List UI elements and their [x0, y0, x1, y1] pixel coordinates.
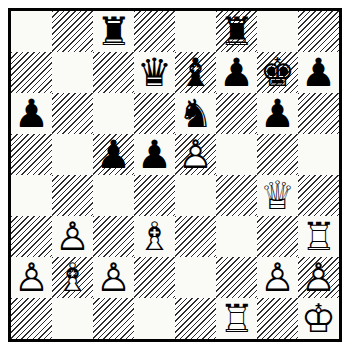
piece-outline-glyph: ♗ [52, 257, 93, 298]
chess-diagram: ♜♜♛♝♟♚♟♟♞♟♟♟♟♙♛♕♟♙♝♗♜♖♟♙♝♗♟♙♟♙♟♙♜♖♚♔ [0, 0, 350, 350]
black-queen[interactable]: ♛ [134, 52, 175, 93]
white-king[interactable]: ♚♔ [298, 298, 339, 339]
black-pawn[interactable]: ♟ [257, 93, 298, 134]
square-h5[interactable] [298, 134, 339, 175]
black-rook[interactable]: ♜ [93, 11, 134, 52]
square-h7[interactable]: ♟ [298, 52, 339, 93]
black-pawn[interactable]: ♟ [134, 134, 175, 175]
square-f4[interactable] [216, 175, 257, 216]
square-d3[interactable]: ♝♗ [134, 216, 175, 257]
square-e1[interactable] [175, 298, 216, 339]
black-pawn[interactable]: ♟ [11, 93, 52, 134]
square-d6[interactable] [134, 93, 175, 134]
square-e5[interactable]: ♟♙ [175, 134, 216, 175]
piece-outline-glyph: ♙ [175, 134, 216, 175]
square-f6[interactable] [216, 93, 257, 134]
square-e2[interactable] [175, 257, 216, 298]
square-a6[interactable]: ♟ [11, 93, 52, 134]
square-c8[interactable]: ♜ [93, 11, 134, 52]
square-d2[interactable] [134, 257, 175, 298]
square-a4[interactable] [11, 175, 52, 216]
square-g2[interactable]: ♟♙ [257, 257, 298, 298]
black-rook[interactable]: ♜ [216, 11, 257, 52]
piece-outline-glyph: ♙ [298, 257, 339, 298]
square-b1[interactable] [52, 298, 93, 339]
square-e6[interactable]: ♞ [175, 93, 216, 134]
piece-outline-glyph: ♕ [257, 175, 298, 216]
piece-glyph: ♜ [216, 11, 257, 52]
square-g8[interactable] [257, 11, 298, 52]
square-h1[interactable]: ♚♔ [298, 298, 339, 339]
square-b7[interactable] [52, 52, 93, 93]
square-b3[interactable]: ♟♙ [52, 216, 93, 257]
square-f7[interactable]: ♟ [216, 52, 257, 93]
square-h4[interactable] [298, 175, 339, 216]
square-f3[interactable] [216, 216, 257, 257]
white-bishop[interactable]: ♝♗ [52, 257, 93, 298]
chess-board: ♜♜♛♝♟♚♟♟♞♟♟♟♟♙♛♕♟♙♝♗♜♖♟♙♝♗♟♙♟♙♟♙♜♖♚♔ [8, 8, 342, 342]
square-d4[interactable] [134, 175, 175, 216]
square-a1[interactable] [11, 298, 52, 339]
square-h2[interactable]: ♟♙ [298, 257, 339, 298]
piece-glyph: ♟ [257, 93, 298, 134]
piece-glyph: ♚ [257, 52, 298, 93]
white-pawn[interactable]: ♟♙ [93, 257, 134, 298]
square-d1[interactable] [134, 298, 175, 339]
square-b4[interactable] [52, 175, 93, 216]
piece-glyph: ♟ [134, 134, 175, 175]
square-c7[interactable] [93, 52, 134, 93]
square-e3[interactable] [175, 216, 216, 257]
square-c3[interactable] [93, 216, 134, 257]
square-g1[interactable] [257, 298, 298, 339]
square-c2[interactable]: ♟♙ [93, 257, 134, 298]
square-e4[interactable] [175, 175, 216, 216]
black-bishop[interactable]: ♝ [175, 52, 216, 93]
square-b2[interactable]: ♝♗ [52, 257, 93, 298]
piece-glyph: ♜ [93, 11, 134, 52]
piece-glyph: ♟ [93, 134, 134, 175]
black-pawn[interactable]: ♟ [216, 52, 257, 93]
white-pawn[interactable]: ♟♙ [11, 257, 52, 298]
square-f2[interactable] [216, 257, 257, 298]
piece-outline-glyph: ♙ [257, 257, 298, 298]
piece-glyph: ♛ [134, 52, 175, 93]
piece-outline-glyph: ♖ [216, 298, 257, 339]
piece-outline-glyph: ♙ [52, 216, 93, 257]
square-e8[interactable] [175, 11, 216, 52]
square-a8[interactable] [11, 11, 52, 52]
black-pawn[interactable]: ♟ [298, 52, 339, 93]
square-c4[interactable] [93, 175, 134, 216]
square-a5[interactable] [11, 134, 52, 175]
white-rook[interactable]: ♜♖ [298, 216, 339, 257]
square-d7[interactable]: ♛ [134, 52, 175, 93]
piece-outline-glyph: ♙ [11, 257, 52, 298]
square-b5[interactable] [52, 134, 93, 175]
square-g4[interactable]: ♛♕ [257, 175, 298, 216]
piece-glyph: ♟ [11, 93, 52, 134]
piece-glyph: ♝ [175, 52, 216, 93]
square-g5[interactable] [257, 134, 298, 175]
square-b8[interactable] [52, 11, 93, 52]
white-pawn[interactable]: ♟♙ [175, 134, 216, 175]
square-a2[interactable]: ♟♙ [11, 257, 52, 298]
square-a3[interactable] [11, 216, 52, 257]
square-h8[interactable] [298, 11, 339, 52]
white-bishop[interactable]: ♝♗ [134, 216, 175, 257]
piece-glyph: ♟ [298, 52, 339, 93]
piece-glyph: ♞ [175, 93, 216, 134]
piece-outline-glyph: ♙ [93, 257, 134, 298]
white-pawn[interactable]: ♟♙ [298, 257, 339, 298]
black-knight[interactable]: ♞ [175, 93, 216, 134]
square-a7[interactable] [11, 52, 52, 93]
square-g3[interactable] [257, 216, 298, 257]
square-d5[interactable]: ♟ [134, 134, 175, 175]
square-e7[interactable]: ♝ [175, 52, 216, 93]
white-rook[interactable]: ♜♖ [216, 298, 257, 339]
white-pawn[interactable]: ♟♙ [52, 216, 93, 257]
piece-outline-glyph: ♗ [134, 216, 175, 257]
square-d8[interactable] [134, 11, 175, 52]
square-c1[interactable] [93, 298, 134, 339]
square-g7[interactable]: ♚ [257, 52, 298, 93]
square-b6[interactable] [52, 93, 93, 134]
square-h3[interactable]: ♜♖ [298, 216, 339, 257]
square-c5[interactable]: ♟ [93, 134, 134, 175]
white-pawn[interactable]: ♟♙ [257, 257, 298, 298]
square-f8[interactable]: ♜ [216, 11, 257, 52]
square-g6[interactable]: ♟ [257, 93, 298, 134]
square-c6[interactable] [93, 93, 134, 134]
square-f5[interactable] [216, 134, 257, 175]
piece-outline-glyph: ♔ [298, 298, 339, 339]
square-h6[interactable] [298, 93, 339, 134]
piece-outline-glyph: ♖ [298, 216, 339, 257]
piece-glyph: ♟ [216, 52, 257, 93]
square-f1[interactable]: ♜♖ [216, 298, 257, 339]
black-pawn[interactable]: ♟ [93, 134, 134, 175]
black-king[interactable]: ♚ [257, 52, 298, 93]
white-queen[interactable]: ♛♕ [257, 175, 298, 216]
